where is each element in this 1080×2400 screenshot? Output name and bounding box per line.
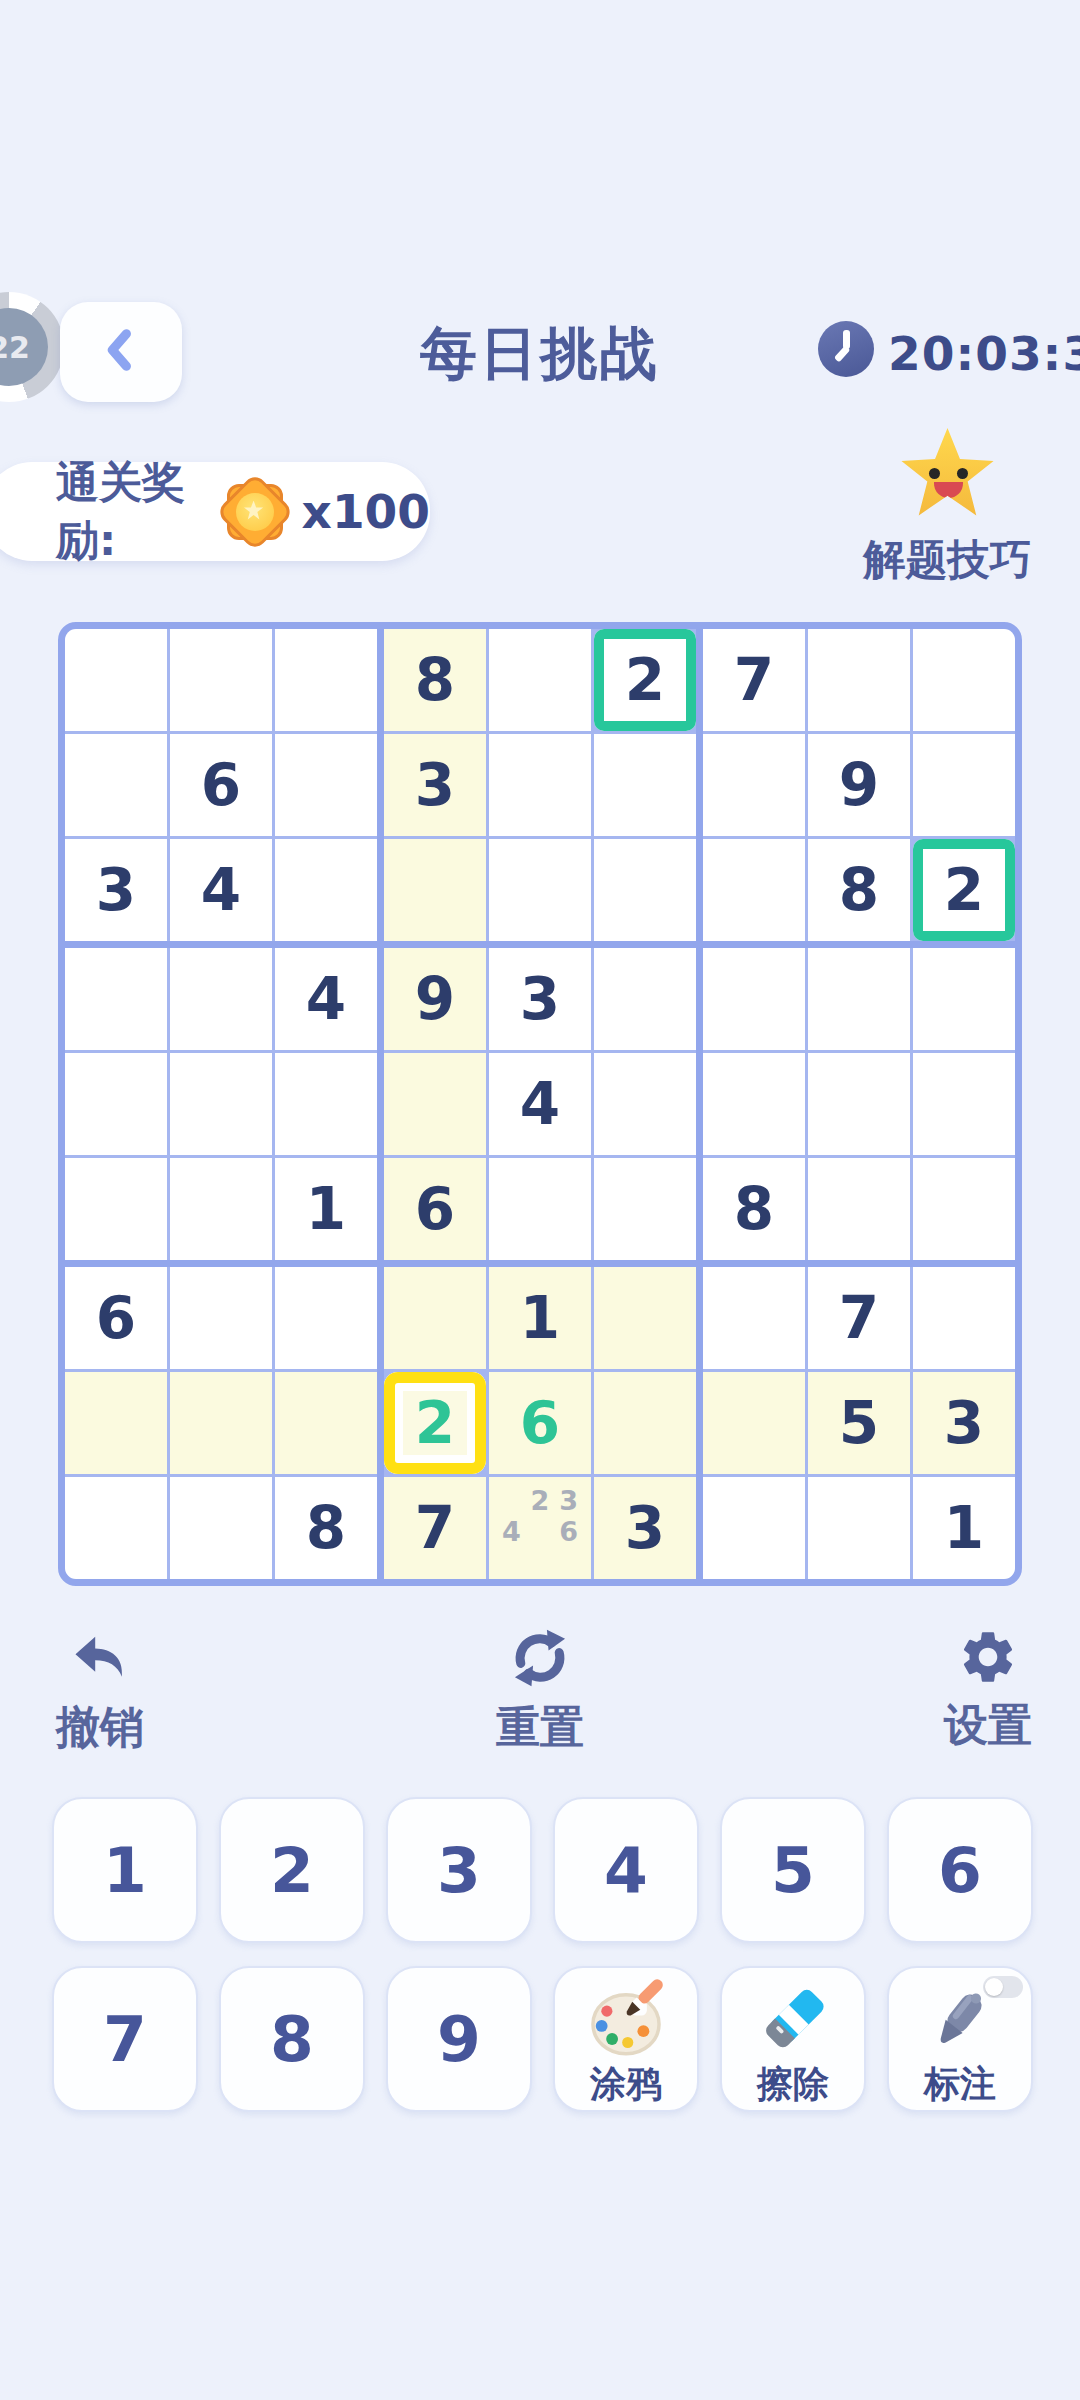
clock-icon <box>818 321 874 377</box>
sudoku-cell-r8c6[interactable] <box>594 1372 696 1474</box>
sudoku-box: 9346 <box>384 948 696 1260</box>
numpad-row-1: 123456 <box>52 1797 1033 1943</box>
sudoku-cell-r7c5[interactable]: 1 <box>489 1267 591 1369</box>
sudoku-cell-r1c5[interactable] <box>489 629 591 731</box>
sudoku-box: 7982 <box>703 629 1015 941</box>
sudoku-cell-r4c8[interactable] <box>808 948 910 1050</box>
sudoku-cell-r3c8[interactable]: 8 <box>808 839 910 941</box>
reset-button[interactable]: 重置 <box>470 1626 610 1757</box>
sudoku-cell-r4c4[interactable]: 9 <box>384 948 486 1050</box>
sudoku-cell-r7c2[interactable] <box>170 1267 272 1369</box>
sudoku-cell-r4c1[interactable] <box>65 948 167 1050</box>
sudoku-cell-r2c8[interactable]: 9 <box>808 734 910 836</box>
solving-tips-label: 解题技巧 <box>840 532 1055 588</box>
sudoku-cell-r1c1[interactable] <box>65 629 167 731</box>
annotate-label: 标注 <box>924 2060 996 2109</box>
sudoku-cell-r7c9[interactable] <box>913 1267 1015 1369</box>
sudoku-cell-r9c1[interactable] <box>65 1477 167 1579</box>
sudoku-cell-r2c1[interactable] <box>65 734 167 836</box>
sudoku-cell-r9c8[interactable] <box>808 1477 910 1579</box>
reward-banner: 通关奖励: x100 <box>0 462 430 561</box>
sudoku-cell-r8c5[interactable]: 6 <box>489 1372 591 1474</box>
sudoku-cell-r3c2[interactable]: 4 <box>170 839 272 941</box>
sudoku-cell-r6c5[interactable] <box>489 1158 591 1260</box>
sudoku-cell-r9c2[interactable] <box>170 1477 272 1579</box>
numpad-button-4[interactable]: 4 <box>553 1797 699 1943</box>
erase-label: 擦除 <box>757 2060 829 2109</box>
sudoku-cell-r5c5[interactable]: 4 <box>489 1053 591 1155</box>
sudoku-cell-r7c8[interactable]: 7 <box>808 1267 910 1369</box>
sudoku-cell-r6c8[interactable] <box>808 1158 910 1260</box>
sudoku-cell-r8c8[interactable]: 5 <box>808 1372 910 1474</box>
sudoku-cell-r3c6[interactable] <box>594 839 696 941</box>
sudoku-cell-r8c9[interactable]: 3 <box>913 1372 1015 1474</box>
sudoku-cell-r9c3[interactable]: 8 <box>275 1477 377 1579</box>
sudoku-cell-r9c4[interactable]: 7 <box>384 1477 486 1579</box>
sudoku-cell-r5c4[interactable] <box>384 1053 486 1155</box>
numpad-button-3[interactable]: 3 <box>386 1797 532 1943</box>
sudoku-cell-r6c6[interactable] <box>594 1158 696 1260</box>
sudoku-box: 41 <box>65 948 377 1260</box>
sudoku-cell-r4c2[interactable] <box>170 948 272 1050</box>
numpad-row-2: 789 涂鸦 <box>52 1966 1033 2112</box>
numpad-button-9[interactable]: 9 <box>386 1966 532 2112</box>
sudoku-cell-r4c5[interactable]: 3 <box>489 948 591 1050</box>
sudoku-cell-r2c4[interactable]: 3 <box>384 734 486 836</box>
sudoku-box: 126723463 <box>384 1267 696 1579</box>
sudoku-box: 8 <box>703 948 1015 1260</box>
coin-icon <box>218 475 292 549</box>
sudoku-cell-r8c3[interactable] <box>275 1372 377 1474</box>
sudoku-cell-r6c2[interactable] <box>170 1158 272 1260</box>
undo-button[interactable]: 撤销 <box>30 1626 170 1757</box>
sudoku-cell-r7c3[interactable] <box>275 1267 377 1369</box>
eraser-icon <box>753 1976 833 2062</box>
sudoku-cell-r2c7[interactable] <box>703 734 805 836</box>
numpad-button-5[interactable]: 5 <box>720 1797 866 1943</box>
sudoku-cell-r5c8[interactable] <box>808 1053 910 1155</box>
sudoku-cell-r8c1[interactable] <box>65 1372 167 1474</box>
sudoku-cell-r1c9[interactable] <box>913 629 1015 731</box>
sudoku-cell-r6c4[interactable]: 6 <box>384 1158 486 1260</box>
palette-icon <box>584 1976 668 2062</box>
sudoku-cell-r5c1[interactable] <box>65 1053 167 1155</box>
sudoku-cell-r1c6[interactable]: 2 <box>594 629 696 731</box>
sudoku-cell-r5c6[interactable] <box>594 1053 696 1155</box>
sudoku-cell-r6c9[interactable] <box>913 1158 1015 1260</box>
sudoku-cell-r5c9[interactable] <box>913 1053 1015 1155</box>
erase-button[interactable]: 擦除 <box>720 1966 866 2112</box>
sudoku-cell-r4c9[interactable] <box>913 948 1015 1050</box>
sudoku-cell-r7c1[interactable]: 6 <box>65 1267 167 1369</box>
sudoku-cell-r6c1[interactable] <box>65 1158 167 1260</box>
sudoku-cell-r7c7[interactable] <box>703 1267 805 1369</box>
sudoku-cell-r2c9[interactable] <box>913 734 1015 836</box>
sudoku-cell-r9c6[interactable]: 3 <box>594 1477 696 1579</box>
sudoku-cell-r4c6[interactable] <box>594 948 696 1050</box>
sudoku-cell-r5c7[interactable] <box>703 1053 805 1155</box>
sudoku-cell-r6c3[interactable]: 1 <box>275 1158 377 1260</box>
sudoku-cell-r2c3[interactable] <box>275 734 377 836</box>
sudoku-cell-r1c4[interactable]: 8 <box>384 629 486 731</box>
undo-label: 撤销 <box>56 1698 144 1757</box>
sudoku-cell-r3c1[interactable]: 3 <box>65 839 167 941</box>
sudoku-cell-r9c7[interactable] <box>703 1477 805 1579</box>
numpad-button-2[interactable]: 2 <box>219 1797 365 1943</box>
sudoku-box: 68 <box>65 1267 377 1579</box>
settings-button[interactable]: 设置 <box>918 1626 1058 1755</box>
sudoku-cell-r1c2[interactable] <box>170 629 272 731</box>
sudoku-cell-r6c7[interactable]: 8 <box>703 1158 805 1260</box>
sudoku-cell-r9c5[interactable]: 2346 <box>489 1477 591 1579</box>
sudoku-box: 7531 <box>703 1267 1015 1579</box>
sudoku-cell-r8c2[interactable] <box>170 1372 272 1474</box>
settings-label: 设置 <box>944 1696 1032 1755</box>
numpad-button-1[interactable]: 1 <box>52 1797 198 1943</box>
numpad-button-6[interactable]: 6 <box>887 1797 1033 1943</box>
reset-icon <box>508 1626 572 1690</box>
pencil-marks: 2346 <box>497 1485 583 1571</box>
timer-value: 20:03:32 <box>888 326 1080 381</box>
gear-icon <box>957 1626 1019 1688</box>
sudoku-cell-r3c9[interactable]: 2 <box>913 839 1015 941</box>
sudoku-cell-r3c5[interactable] <box>489 839 591 941</box>
undo-icon <box>67 1626 133 1690</box>
sudoku-cell-r8c7[interactable] <box>703 1372 805 1474</box>
sudoku-board: 63482379824193468681267234637531 <box>58 622 1022 1586</box>
numpad-button-7[interactable]: 7 <box>52 1966 198 2112</box>
sudoku-cell-r7c6[interactable] <box>594 1267 696 1369</box>
sudoku-box: 634 <box>65 629 377 941</box>
sudoku-cell-r5c2[interactable] <box>170 1053 272 1155</box>
sudoku-cell-r4c7[interactable] <box>703 948 805 1050</box>
sudoku-cell-r2c6[interactable] <box>594 734 696 836</box>
doodle-button[interactable]: 涂鸦 <box>553 1966 699 2112</box>
smiling-star-icon <box>900 428 996 522</box>
sudoku-cell-r7c4[interactable] <box>384 1267 486 1369</box>
sudoku-daily-challenge-screen: 22 每日挑战 20:03:32 通关奖励: x100 解题技巧 6348237… <box>0 0 1080 2400</box>
sudoku-cell-r5c3[interactable] <box>275 1053 377 1155</box>
solving-tips-button[interactable]: 解题技巧 <box>840 428 1055 588</box>
sudoku-cell-r1c8[interactable] <box>808 629 910 731</box>
sudoku-cell-r8c4[interactable]: 2 <box>384 1372 486 1474</box>
annotate-toggle-off[interactable] <box>983 1976 1023 1998</box>
sudoku-cell-r4c3[interactable]: 4 <box>275 948 377 1050</box>
sudoku-cell-r1c3[interactable] <box>275 629 377 731</box>
sudoku-cell-r3c7[interactable] <box>703 839 805 941</box>
sudoku-cell-r3c4[interactable] <box>384 839 486 941</box>
doodle-label: 涂鸦 <box>590 2060 662 2109</box>
sudoku-cell-r2c5[interactable] <box>489 734 591 836</box>
sudoku-cell-r9c9[interactable]: 1 <box>913 1477 1015 1579</box>
sudoku-cell-r2c2[interactable]: 6 <box>170 734 272 836</box>
numpad-button-8[interactable]: 8 <box>219 1966 365 2112</box>
reward-label: 通关奖励: <box>56 454 204 570</box>
reward-amount: x100 <box>302 484 430 539</box>
sudoku-box: 823 <box>384 629 696 941</box>
annotate-button[interactable]: 标注 <box>887 1966 1033 2112</box>
sudoku-cell-r1c7[interactable]: 7 <box>703 629 805 731</box>
sudoku-cell-r3c3[interactable] <box>275 839 377 941</box>
reset-label: 重置 <box>496 1698 584 1757</box>
